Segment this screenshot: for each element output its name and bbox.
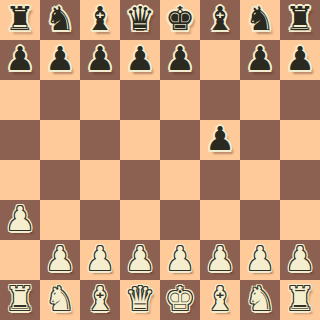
- square-c2[interactable]: ♟: [80, 240, 120, 280]
- square-c6[interactable]: [80, 80, 120, 120]
- square-f1[interactable]: ♝: [200, 280, 240, 320]
- piece-white-pawn[interactable]: ♟: [5, 199, 35, 239]
- square-f2[interactable]: ♟: [200, 240, 240, 280]
- square-a4[interactable]: [0, 160, 40, 200]
- piece-black-knight[interactable]: ♞: [245, 0, 275, 39]
- square-a1[interactable]: ♜: [0, 280, 40, 320]
- square-h5[interactable]: [280, 120, 320, 160]
- square-g3[interactable]: [240, 200, 280, 240]
- square-d1[interactable]: ♛: [120, 280, 160, 320]
- square-b7[interactable]: ♟: [40, 40, 80, 80]
- square-c1[interactable]: ♝: [80, 280, 120, 320]
- square-g2[interactable]: ♟: [240, 240, 280, 280]
- square-g1[interactable]: ♞: [240, 280, 280, 320]
- square-e4[interactable]: [160, 160, 200, 200]
- square-a7[interactable]: ♟: [0, 40, 40, 80]
- square-a6[interactable]: [0, 80, 40, 120]
- square-b8[interactable]: ♞: [40, 0, 80, 40]
- piece-white-pawn[interactable]: ♟: [205, 239, 235, 279]
- piece-white-pawn[interactable]: ♟: [125, 239, 155, 279]
- piece-white-knight[interactable]: ♞: [245, 279, 275, 319]
- square-a5[interactable]: [0, 120, 40, 160]
- square-d2[interactable]: ♟: [120, 240, 160, 280]
- piece-white-knight[interactable]: ♞: [45, 279, 75, 319]
- piece-black-rook[interactable]: ♜: [5, 0, 35, 39]
- piece-black-pawn[interactable]: ♟: [125, 39, 155, 79]
- square-b2[interactable]: ♟: [40, 240, 80, 280]
- square-e7[interactable]: ♟: [160, 40, 200, 80]
- square-e8[interactable]: ♚: [160, 0, 200, 40]
- piece-black-pawn[interactable]: ♟: [285, 39, 315, 79]
- piece-white-pawn[interactable]: ♟: [45, 239, 75, 279]
- square-d8[interactable]: ♛: [120, 0, 160, 40]
- piece-black-rook[interactable]: ♜: [285, 0, 315, 39]
- square-c5[interactable]: [80, 120, 120, 160]
- square-g7[interactable]: ♟: [240, 40, 280, 80]
- square-c8[interactable]: ♝: [80, 0, 120, 40]
- square-h8[interactable]: ♜: [280, 0, 320, 40]
- piece-black-king[interactable]: ♚: [165, 0, 195, 39]
- piece-black-pawn[interactable]: ♟: [45, 39, 75, 79]
- square-d3[interactable]: [120, 200, 160, 240]
- piece-white-rook[interactable]: ♜: [5, 279, 35, 319]
- square-h7[interactable]: ♟: [280, 40, 320, 80]
- piece-white-king[interactable]: ♚: [165, 279, 195, 319]
- square-f8[interactable]: ♝: [200, 0, 240, 40]
- square-b6[interactable]: [40, 80, 80, 120]
- square-d4[interactable]: [120, 160, 160, 200]
- square-e2[interactable]: ♟: [160, 240, 200, 280]
- square-b1[interactable]: ♞: [40, 280, 80, 320]
- chess-board: ♜♞♝♛♚♝♞♜♟♟♟♟♟♟♟♟♟♟♟♟♟♟♟♟♜♞♝♛♚♝♞♜: [0, 0, 320, 320]
- square-d6[interactable]: [120, 80, 160, 120]
- square-f7[interactable]: [200, 40, 240, 80]
- piece-white-bishop[interactable]: ♝: [85, 279, 115, 319]
- square-h1[interactable]: ♜: [280, 280, 320, 320]
- piece-white-pawn[interactable]: ♟: [165, 239, 195, 279]
- square-a8[interactable]: ♜: [0, 0, 40, 40]
- square-f6[interactable]: [200, 80, 240, 120]
- square-h4[interactable]: [280, 160, 320, 200]
- square-h3[interactable]: [280, 200, 320, 240]
- square-g8[interactable]: ♞: [240, 0, 280, 40]
- square-e6[interactable]: [160, 80, 200, 120]
- piece-white-bishop[interactable]: ♝: [205, 279, 235, 319]
- square-h6[interactable]: [280, 80, 320, 120]
- piece-black-knight[interactable]: ♞: [45, 0, 75, 39]
- piece-white-queen[interactable]: ♛: [125, 279, 155, 319]
- square-g5[interactable]: [240, 120, 280, 160]
- square-c7[interactable]: ♟: [80, 40, 120, 80]
- piece-white-pawn[interactable]: ♟: [85, 239, 115, 279]
- piece-white-pawn[interactable]: ♟: [285, 239, 315, 279]
- piece-black-pawn[interactable]: ♟: [85, 39, 115, 79]
- piece-white-pawn[interactable]: ♟: [245, 239, 275, 279]
- square-d7[interactable]: ♟: [120, 40, 160, 80]
- square-c3[interactable]: [80, 200, 120, 240]
- square-g6[interactable]: [240, 80, 280, 120]
- piece-black-pawn[interactable]: ♟: [245, 39, 275, 79]
- square-g4[interactable]: [240, 160, 280, 200]
- square-d5[interactable]: [120, 120, 160, 160]
- square-f5[interactable]: ♟: [200, 120, 240, 160]
- square-b5[interactable]: [40, 120, 80, 160]
- square-a3[interactable]: ♟: [0, 200, 40, 240]
- piece-black-queen[interactable]: ♛: [125, 0, 155, 39]
- square-b3[interactable]: [40, 200, 80, 240]
- square-c4[interactable]: [80, 160, 120, 200]
- square-f3[interactable]: [200, 200, 240, 240]
- square-f4[interactable]: [200, 160, 240, 200]
- square-e1[interactable]: ♚: [160, 280, 200, 320]
- square-h2[interactable]: ♟: [280, 240, 320, 280]
- piece-black-pawn[interactable]: ♟: [5, 39, 35, 79]
- piece-black-pawn[interactable]: ♟: [205, 119, 235, 159]
- square-e5[interactable]: [160, 120, 200, 160]
- piece-black-bishop[interactable]: ♝: [205, 0, 235, 39]
- square-e3[interactable]: [160, 200, 200, 240]
- piece-black-bishop[interactable]: ♝: [85, 0, 115, 39]
- piece-black-pawn[interactable]: ♟: [165, 39, 195, 79]
- square-b4[interactable]: [40, 160, 80, 200]
- square-a2[interactable]: [0, 240, 40, 280]
- piece-white-rook[interactable]: ♜: [285, 279, 315, 319]
